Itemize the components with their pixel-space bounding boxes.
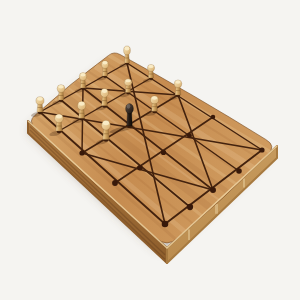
board-hole-3-1[interactable] [187,133,192,138]
peg-body [103,129,110,139]
board-hole-2-4[interactable] [79,150,84,155]
board-hole-4-4[interactable] [162,221,169,228]
peg-cap-highlight [152,96,158,100]
board-hole-3-2[interactable] [161,150,166,155]
peg-body [125,54,130,63]
board-hole-4-0[interactable] [259,147,264,152]
peg-cap-highlight [102,89,107,93]
fox-and-geese-board-photo [0,0,300,300]
peg-cap-highlight [126,79,131,82]
peg-body [102,68,107,76]
photo-canvas [0,0,300,300]
peg-cap-highlight [37,97,43,101]
board-hole-4-2[interactable] [210,187,216,193]
board-hole-3-3[interactable] [137,165,143,171]
peg-body [175,87,181,95]
peg-cap-highlight [80,73,85,77]
peg-body [56,122,62,131]
peg-cap-highlight [103,121,109,125]
peg-cap-highlight [127,104,131,109]
peg-cap-highlight [175,80,180,84]
peg-body [37,104,43,112]
board-hole-3-0[interactable] [211,115,216,120]
peg-cap-highlight [125,46,130,50]
board-hole-3-4[interactable] [112,180,118,186]
peg-cap-highlight [56,114,62,118]
peg-body [58,92,64,100]
peg-cap-highlight [79,102,85,106]
peg-body [80,80,85,88]
peg-body [152,103,158,111]
peg-body [127,113,132,126]
board-hole-4-1[interactable] [236,168,242,174]
peg-body [79,109,85,118]
board-hole-4-3[interactable] [187,204,193,210]
peg-cap-highlight [149,65,154,68]
peg-cap-highlight [58,85,63,89]
peg-body [102,96,108,105]
peg-cap-highlight [103,61,108,65]
